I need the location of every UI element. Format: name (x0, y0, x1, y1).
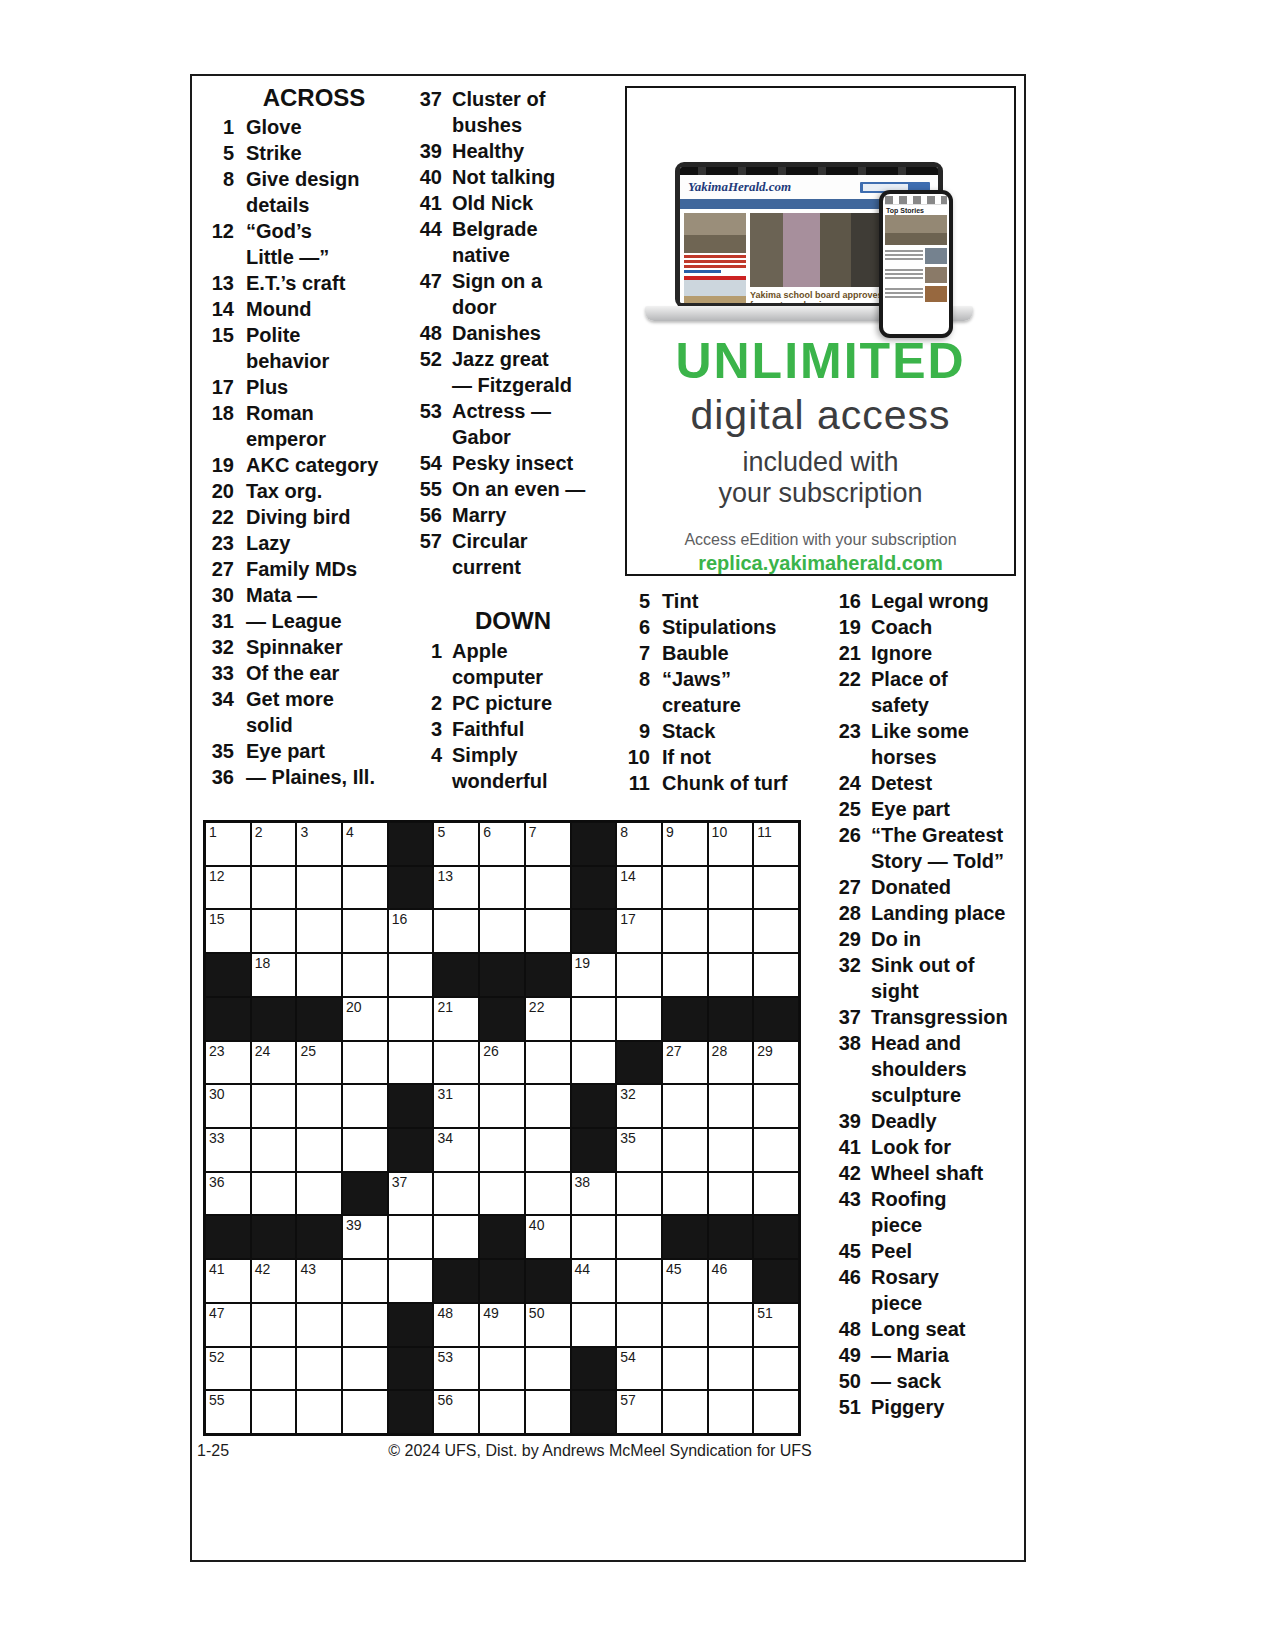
clue-line: 32 Sink out of (793, 952, 1008, 978)
clue-text: sculpture (871, 1082, 961, 1108)
clue-text: — Plaines, Ill. (246, 764, 375, 790)
clue-line: behavior (198, 348, 378, 374)
clue-text: safety (871, 692, 929, 718)
grid-cell[interactable] (753, 1128, 799, 1172)
clue-line: 42 Wheel shaft (793, 1160, 1008, 1186)
clue-number: 32 (793, 952, 861, 978)
clue-number: 3 (398, 716, 442, 742)
grid-cell[interactable]: 28 (708, 1041, 754, 1085)
grid-cell[interactable] (342, 1390, 388, 1434)
clue-line: — Fitzgerald (398, 372, 588, 398)
phone-illustration: Top Stories (879, 190, 953, 338)
cell-number: 28 (712, 1043, 728, 1059)
clue-text: — League (246, 608, 342, 634)
grid-cell[interactable] (388, 997, 434, 1041)
grid-cell[interactable]: 46 (708, 1259, 754, 1303)
grid-cell[interactable] (342, 866, 388, 910)
black-cell (753, 997, 799, 1041)
clue-number: 40 (398, 164, 442, 190)
clue-text: Bauble (662, 640, 729, 666)
clue-number: 2 (398, 690, 442, 716)
clue-number (793, 1212, 861, 1238)
clue-text: Peel (871, 1238, 912, 1264)
grid-cell[interactable]: 11 (753, 822, 799, 866)
grid-cell[interactable]: 40 (525, 1215, 571, 1259)
clue-text: Piggery (871, 1394, 944, 1420)
grid-cell[interactable] (251, 1390, 297, 1434)
grid-cell[interactable] (662, 1303, 708, 1347)
clue-text: Actress — (452, 398, 551, 424)
phone-story-row (885, 286, 947, 302)
clue-number: 52 (398, 346, 442, 372)
grid-cell[interactable]: 51 (753, 1303, 799, 1347)
grid-cell[interactable] (296, 1128, 342, 1172)
clue-number: 6 (598, 614, 650, 640)
grid-cell[interactable] (296, 1303, 342, 1347)
cell-number: 18 (255, 955, 271, 971)
clue-line: 27 Donated (793, 874, 1008, 900)
black-cell (571, 1084, 617, 1128)
clue-number (793, 692, 861, 718)
clue-line: 18 Roman (198, 400, 378, 426)
clue-line: 52 Jazz great (398, 346, 588, 372)
grid-cell[interactable] (479, 1172, 525, 1216)
grid-cell[interactable] (616, 997, 662, 1041)
clue-line: 17 Plus (198, 374, 378, 400)
clue-text: Detest (871, 770, 932, 796)
grid-cell[interactable] (662, 1172, 708, 1216)
clue-line: 39 Deadly (793, 1108, 1008, 1134)
cell-number: 41 (209, 1261, 225, 1277)
grid-cell[interactable]: 26 (479, 1041, 525, 1085)
clue-number: 47 (398, 268, 442, 294)
clue-number (793, 1290, 861, 1316)
grid-cell[interactable]: 45 (662, 1259, 708, 1303)
clue-number: 4 (398, 742, 442, 768)
clue-line: 8 “Jaws” (598, 666, 788, 692)
puzzle-date-code: 1-25 (197, 1442, 229, 1460)
grid-cell[interactable] (525, 1128, 571, 1172)
grid-cell[interactable] (388, 1041, 434, 1085)
grid-cell[interactable] (388, 953, 434, 997)
grid-cell[interactable]: 22 (525, 997, 571, 1041)
grid-cell[interactable]: 47 (205, 1303, 251, 1347)
black-cell (296, 1215, 342, 1259)
grid-cell[interactable] (662, 1390, 708, 1434)
across-clues-column-1: 1 Glove 5 Strike 8 Give design details 1… (198, 114, 378, 790)
clue-line: 22 Diving bird (198, 504, 378, 530)
clue-number: 48 (793, 1316, 861, 1342)
clue-line: 13 E.T.’s craft (198, 270, 378, 296)
grid-cell[interactable]: 37 (388, 1172, 434, 1216)
clue-text: Stack (662, 718, 715, 744)
grid-cell[interactable] (525, 1390, 571, 1434)
black-cell (571, 1347, 617, 1391)
grid-cell[interactable]: 25 (296, 1041, 342, 1085)
clue-number: 32 (198, 634, 234, 660)
grid-cell[interactable]: 32 (616, 1084, 662, 1128)
black-cell (205, 1215, 251, 1259)
cell-number: 51 (757, 1305, 773, 1321)
grid-cell[interactable]: 53 (433, 1347, 479, 1391)
grid-cell[interactable] (571, 1041, 617, 1085)
grid-cell[interactable] (296, 1390, 342, 1434)
clue-line: horses (793, 744, 1008, 770)
grid-cell[interactable]: 24 (251, 1041, 297, 1085)
down-clues-column-3: 5 Tint 6 Stipulations 7 Bauble 8 “Jaws” … (598, 588, 788, 796)
grid-cell[interactable]: 50 (525, 1303, 571, 1347)
cell-number: 20 (346, 999, 362, 1015)
black-cell (571, 1390, 617, 1434)
grid-cell[interactable] (296, 1347, 342, 1391)
cell-number: 34 (437, 1130, 453, 1146)
grid-cell[interactable] (433, 909, 479, 953)
clue-line: door (398, 294, 588, 320)
clue-text: details (246, 192, 309, 218)
clue-text: Chunk of turf (662, 770, 788, 796)
grid-cell[interactable]: 57 (616, 1390, 662, 1434)
black-cell (708, 1215, 754, 1259)
grid-cell[interactable] (708, 866, 754, 910)
clue-number: 23 (793, 718, 861, 744)
grid-cell[interactable] (616, 1172, 662, 1216)
cell-number: 35 (620, 1130, 636, 1146)
black-cell (388, 866, 434, 910)
black-cell (433, 1259, 479, 1303)
clue-text: — Maria (871, 1342, 949, 1368)
grid-cell[interactable] (753, 1390, 799, 1434)
clue-line: 6 Stipulations (598, 614, 788, 640)
grid-cell[interactable] (251, 1084, 297, 1128)
grid-cell[interactable]: 9 (662, 822, 708, 866)
grid-cell[interactable] (525, 909, 571, 953)
clue-line: 45 Peel (793, 1238, 1008, 1264)
grid-cell[interactable]: 12 (205, 866, 251, 910)
clue-line: 56 Marry (398, 502, 588, 528)
grid-cell[interactable]: 2 (251, 822, 297, 866)
grid-cell[interactable] (616, 953, 662, 997)
grid-cell[interactable] (662, 1084, 708, 1128)
grid-cell[interactable]: 35 (616, 1128, 662, 1172)
grid-cell[interactable] (616, 1303, 662, 1347)
grid-cell[interactable]: 17 (616, 909, 662, 953)
grid-cell[interactable] (708, 1172, 754, 1216)
grid-cell[interactable] (571, 1303, 617, 1347)
grid-cell[interactable] (571, 1215, 617, 1259)
grid-cell[interactable]: 31 (433, 1084, 479, 1128)
grid-cell[interactable] (296, 909, 342, 953)
clue-number (398, 372, 442, 398)
grid-cell[interactable] (662, 953, 708, 997)
clue-line: 54 Pesky insect (398, 450, 588, 476)
clue-number: 22 (793, 666, 861, 692)
clue-line: 5 Tint (598, 588, 788, 614)
cell-number: 57 (620, 1392, 636, 1408)
grid-cell[interactable] (251, 866, 297, 910)
clue-number: 20 (198, 478, 234, 504)
phone-screen: Top Stories (883, 194, 949, 334)
clue-number (398, 768, 442, 794)
clue-number (398, 242, 442, 268)
cell-number: 3 (300, 824, 308, 840)
across-clues-column-2: 37 Cluster of bushes 39 Healthy 40 Not t… (398, 86, 588, 580)
clue-text: Not talking (452, 164, 555, 190)
grid-cell[interactable] (753, 866, 799, 910)
clue-line: 37 Transgression (793, 1004, 1008, 1030)
grid-cell[interactable]: 29 (753, 1041, 799, 1085)
clue-number: 55 (398, 476, 442, 502)
clue-number: 51 (793, 1394, 861, 1420)
grid-cell[interactable]: 41 (205, 1259, 251, 1303)
clues-column-2: 37 Cluster of bushes 39 Healthy 40 Not t… (398, 86, 588, 794)
car-ad-thumbnail (684, 276, 746, 303)
grid-cell[interactable]: 27 (662, 1041, 708, 1085)
clue-number: 43 (793, 1186, 861, 1212)
grid-cell[interactable] (479, 1390, 525, 1434)
grid-cell[interactable] (525, 1041, 571, 1085)
laptop-left-column (684, 213, 746, 303)
grid-cell[interactable] (342, 1084, 388, 1128)
grid-cell[interactable]: 34 (433, 1128, 479, 1172)
grid-cell[interactable] (708, 953, 754, 997)
grid-cell[interactable] (251, 1347, 297, 1391)
grid-cell[interactable]: 18 (251, 953, 297, 997)
grid-cell[interactable] (662, 1128, 708, 1172)
grid-cell[interactable]: 14 (616, 866, 662, 910)
grid-cell[interactable] (479, 1128, 525, 1172)
grid-cell[interactable]: 10 (708, 822, 754, 866)
clue-line: 4 Simply (398, 742, 588, 768)
grid-cell[interactable]: 30 (205, 1084, 251, 1128)
ad-sub-line2: your subscription (627, 478, 1014, 509)
grid-cell[interactable]: 44 (571, 1259, 617, 1303)
clue-number (198, 348, 234, 374)
grid-cell[interactable]: 16 (388, 909, 434, 953)
grid-cell[interactable] (388, 1259, 434, 1303)
clue-number: 8 (598, 666, 650, 692)
phone-news-photo (885, 215, 947, 245)
clue-number: 56 (398, 502, 442, 528)
clue-number: 21 (793, 640, 861, 666)
cell-number: 8 (620, 824, 628, 840)
black-cell (388, 1390, 434, 1434)
clue-line: safety (793, 692, 1008, 718)
clue-text: Landing place (871, 900, 1005, 926)
clue-number: 9 (598, 718, 650, 744)
clue-number: 49 (793, 1342, 861, 1368)
grid-cell[interactable] (662, 909, 708, 953)
story-thumbnail (925, 286, 947, 302)
clue-text: Little —” (246, 244, 329, 270)
grid-cell[interactable] (525, 1347, 571, 1391)
grid-cell[interactable] (571, 997, 617, 1041)
grid-cell[interactable] (342, 909, 388, 953)
black-cell (205, 997, 251, 1041)
grid-cell[interactable] (433, 1041, 479, 1085)
clue-line: 23 Like some (793, 718, 1008, 744)
grid-cell[interactable] (708, 1390, 754, 1434)
cell-number: 54 (620, 1349, 636, 1365)
cell-number: 24 (255, 1043, 271, 1059)
clue-text: behavior (246, 348, 329, 374)
clue-text: Rosary (871, 1264, 939, 1290)
grid-cell[interactable] (525, 866, 571, 910)
clue-text: Healthy (452, 138, 524, 164)
grid-cell[interactable] (342, 1128, 388, 1172)
clue-text: solid (246, 712, 293, 738)
clue-text: Look for (871, 1134, 951, 1160)
grid-cell[interactable] (479, 866, 525, 910)
grid-cell[interactable] (479, 909, 525, 953)
grid-cell[interactable] (342, 1303, 388, 1347)
grid-cell[interactable] (479, 1084, 525, 1128)
grid-cell[interactable]: 20 (342, 997, 388, 1041)
clue-number: 30 (198, 582, 234, 608)
phone-story-row (885, 248, 947, 264)
clue-text: On an even — (452, 476, 585, 502)
grid-cell[interactable] (342, 953, 388, 997)
grid-cell[interactable]: 3 (296, 822, 342, 866)
grid-cell[interactable] (296, 1084, 342, 1128)
clue-line: Gabor (398, 424, 588, 450)
cell-number: 40 (529, 1217, 545, 1233)
clue-number: 7 (598, 640, 650, 666)
grid-cell[interactable]: 5 (433, 822, 479, 866)
clue-line: 35 Eye part (198, 738, 378, 764)
clue-number: 5 (198, 140, 234, 166)
grid-cell[interactable] (296, 1172, 342, 1216)
grid-cell[interactable] (388, 1215, 434, 1259)
grid-cell[interactable]: 36 (205, 1172, 251, 1216)
grid-cell[interactable] (251, 1303, 297, 1347)
grid-cell[interactable] (433, 1215, 479, 1259)
grid-cell[interactable]: 15 (205, 909, 251, 953)
clue-text: Spinnaker (246, 634, 343, 660)
clue-number (198, 192, 234, 218)
grid-cell[interactable] (753, 909, 799, 953)
grid-cell[interactable]: 48 (433, 1303, 479, 1347)
grid-cell[interactable] (342, 1259, 388, 1303)
grid-cell[interactable] (616, 1259, 662, 1303)
grid-cell[interactable]: 49 (479, 1303, 525, 1347)
clue-number: 22 (198, 504, 234, 530)
grid-cell[interactable] (296, 953, 342, 997)
clue-line: 47 Sign on a (398, 268, 588, 294)
grid-cell[interactable]: 19 (571, 953, 617, 997)
clue-text: — sack (871, 1368, 941, 1394)
grid-cell[interactable] (753, 953, 799, 997)
black-cell (388, 822, 434, 866)
cell-number: 22 (529, 999, 545, 1015)
clue-number: 25 (793, 796, 861, 822)
grid-cell[interactable]: 1 (205, 822, 251, 866)
grid-cell[interactable] (251, 909, 297, 953)
clue-line: 20 Tax org. (198, 478, 378, 504)
grid-cell[interactable] (479, 1347, 525, 1391)
grid-cell[interactable] (433, 1172, 479, 1216)
clue-text: Eye part (246, 738, 325, 764)
grid-cell[interactable] (251, 1172, 297, 1216)
grid-cell[interactable] (616, 1215, 662, 1259)
grid-cell[interactable]: 55 (205, 1390, 251, 1434)
clue-line: current (398, 554, 588, 580)
grid-cell[interactable] (753, 1172, 799, 1216)
grid-cell[interactable] (708, 1128, 754, 1172)
grid-cell[interactable]: 38 (571, 1172, 617, 1216)
grid-cell[interactable]: 52 (205, 1347, 251, 1391)
clue-text: Tax org. (246, 478, 322, 504)
clue-line: Little —” (198, 244, 378, 270)
grid-cell[interactable]: 4 (342, 822, 388, 866)
grid-cell[interactable] (251, 1128, 297, 1172)
grid-cell[interactable]: 21 (433, 997, 479, 1041)
grid-cell[interactable]: 56 (433, 1390, 479, 1434)
black-cell (571, 909, 617, 953)
clue-text: Like some (871, 718, 969, 744)
cell-number: 25 (300, 1043, 316, 1059)
grid-cell[interactable] (525, 1084, 571, 1128)
clue-text: Roofing (871, 1186, 947, 1212)
clue-number: 1 (198, 114, 234, 140)
clue-text: native (452, 242, 510, 268)
grid-cell[interactable] (753, 1084, 799, 1128)
clue-number: 39 (398, 138, 442, 164)
clue-line: computer (398, 664, 588, 690)
cell-number: 56 (437, 1392, 453, 1408)
cell-number: 30 (209, 1086, 225, 1102)
grid-cell[interactable] (342, 1347, 388, 1391)
grid-cell[interactable]: 54 (616, 1347, 662, 1391)
grid-cell[interactable] (753, 1347, 799, 1391)
grid-cell[interactable] (662, 1347, 708, 1391)
cell-number: 7 (529, 824, 537, 840)
grid-cell[interactable]: 7 (525, 822, 571, 866)
grid-cell[interactable] (708, 909, 754, 953)
grid-cell[interactable]: 33 (205, 1128, 251, 1172)
ad-headline-digital-access: digital access (627, 392, 1014, 439)
grid-cell[interactable] (708, 1303, 754, 1347)
clue-text: Mata — (246, 582, 317, 608)
grid-cell[interactable] (662, 866, 708, 910)
clue-text: Old Nick (452, 190, 533, 216)
grid-cell[interactable] (525, 1172, 571, 1216)
down-clues-column-2: 1 Apple computer 2 PC picture 3 Faithful… (398, 638, 588, 794)
black-cell (753, 1215, 799, 1259)
cell-number: 32 (620, 1086, 636, 1102)
ad-brand-name: HERALD-REPUBLIC (633, 122, 1008, 155)
clue-text: Mound (246, 296, 312, 322)
grid-cell[interactable]: 42 (251, 1259, 297, 1303)
grid-cell[interactable]: 43 (296, 1259, 342, 1303)
clue-text: Deadly (871, 1108, 937, 1134)
grid-cell[interactable] (708, 1084, 754, 1128)
news-photo-small (684, 213, 746, 253)
grid-cell[interactable] (342, 1041, 388, 1085)
grid-cell[interactable]: 8 (616, 822, 662, 866)
clue-text: “God’s (246, 218, 312, 244)
grid-cell[interactable] (296, 866, 342, 910)
clue-number (793, 744, 861, 770)
clue-text: Strike (246, 140, 302, 166)
clue-text: Danishes (452, 320, 541, 346)
clue-text: Place of (871, 666, 948, 692)
clue-text: Donated (871, 874, 951, 900)
grid-cell[interactable]: 23 (205, 1041, 251, 1085)
grid-cell[interactable]: 13 (433, 866, 479, 910)
grid-cell[interactable]: 39 (342, 1215, 388, 1259)
grid-cell[interactable]: 6 (479, 822, 525, 866)
grid-cell[interactable] (708, 1347, 754, 1391)
